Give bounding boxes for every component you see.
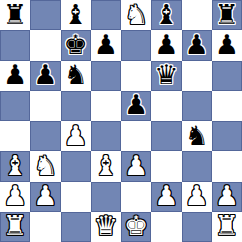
square-f2[interactable]: ♟ [151,182,181,212]
square-e7[interactable] [121,30,151,60]
square-e3[interactable]: ♟ [121,151,151,181]
white-pawn[interactable]: ♟ [33,182,57,209]
square-e1[interactable]: ♚ [121,212,151,242]
square-h3[interactable] [212,151,242,181]
white-rook[interactable]: ♜ [215,212,239,239]
square-b5[interactable] [30,91,60,121]
square-e2[interactable] [121,182,151,212]
white-knight[interactable]: ♞ [124,1,148,28]
square-h5[interactable] [212,91,242,121]
board-wrap: ♜♝♞♝♜♚♟♟♟♟♟♟♞♛♟♟♞♝♞♝♟♟♟♟♟♟♜♛♚♜ [0,0,242,242]
square-a4[interactable] [0,121,30,151]
square-c4[interactable]: ♟ [61,121,91,151]
white-knight[interactable]: ♞ [33,152,57,179]
square-a6[interactable]: ♟ [0,61,30,91]
white-pawn[interactable]: ♟ [154,182,178,209]
square-e5[interactable]: ♟ [121,91,151,121]
square-h7[interactable]: ♟ [212,30,242,60]
square-g2[interactable]: ♟ [182,182,212,212]
square-a1[interactable]: ♜ [0,212,30,242]
white-bishop[interactable]: ♝ [94,152,118,179]
black-pawn[interactable]: ♟ [124,91,148,118]
square-f5[interactable] [151,91,181,121]
square-d4[interactable] [91,121,121,151]
black-pawn[interactable]: ♟ [215,31,239,58]
square-c3[interactable] [61,151,91,181]
black-rook[interactable]: ♜ [215,1,239,28]
square-h1[interactable]: ♜ [212,212,242,242]
square-h2[interactable]: ♟ [212,182,242,212]
square-b7[interactable] [30,30,60,60]
white-king[interactable]: ♚ [124,212,148,239]
square-f3[interactable] [151,151,181,181]
black-king[interactable]: ♚ [64,31,88,58]
chess-board: ♜♝♞♝♜♚♟♟♟♟♟♟♞♛♟♟♞♝♞♝♟♟♟♟♟♟♜♛♚♜ [0,0,242,242]
square-g8[interactable] [182,0,212,30]
square-a5[interactable] [0,91,30,121]
square-h6[interactable] [212,61,242,91]
white-bishop[interactable]: ♝ [3,152,27,179]
white-queen[interactable]: ♛ [94,212,118,239]
black-pawn[interactable]: ♟ [94,31,118,58]
square-e8[interactable]: ♞ [121,0,151,30]
square-a2[interactable]: ♟ [0,182,30,212]
square-f7[interactable]: ♟ [151,30,181,60]
white-pawn[interactable]: ♟ [64,122,88,149]
square-f1[interactable] [151,212,181,242]
black-knight[interactable]: ♞ [185,122,209,149]
square-a8[interactable]: ♜ [0,0,30,30]
square-e6[interactable] [121,61,151,91]
black-pawn[interactable]: ♟ [3,61,27,88]
square-b2[interactable]: ♟ [30,182,60,212]
square-d8[interactable] [91,0,121,30]
square-b6[interactable]: ♟ [30,61,60,91]
square-g6[interactable] [182,61,212,91]
black-rook[interactable]: ♜ [3,1,27,28]
square-f4[interactable] [151,121,181,151]
square-a3[interactable]: ♝ [0,151,30,181]
square-d7[interactable]: ♟ [91,30,121,60]
white-rook[interactable]: ♜ [3,212,27,239]
square-c2[interactable] [61,182,91,212]
white-pawn[interactable]: ♟ [185,182,209,209]
black-pawn[interactable]: ♟ [33,61,57,88]
square-d6[interactable] [91,61,121,91]
white-pawn[interactable]: ♟ [124,152,148,179]
black-bishop[interactable]: ♝ [154,1,178,28]
black-knight[interactable]: ♞ [64,61,88,88]
square-h8[interactable]: ♜ [212,0,242,30]
white-pawn[interactable]: ♟ [3,182,27,209]
square-h4[interactable] [212,121,242,151]
square-b1[interactable] [30,212,60,242]
square-g7[interactable]: ♟ [182,30,212,60]
square-f8[interactable]: ♝ [151,0,181,30]
square-c7[interactable]: ♚ [61,30,91,60]
square-g4[interactable]: ♞ [182,121,212,151]
black-pawn[interactable]: ♟ [185,31,209,58]
square-c8[interactable]: ♝ [61,0,91,30]
square-b3[interactable]: ♞ [30,151,60,181]
square-d3[interactable]: ♝ [91,151,121,181]
square-c5[interactable] [61,91,91,121]
black-queen[interactable]: ♛ [154,61,178,88]
black-bishop[interactable]: ♝ [64,1,88,28]
square-d2[interactable] [91,182,121,212]
square-d5[interactable] [91,91,121,121]
square-a7[interactable] [0,30,30,60]
white-pawn[interactable]: ♟ [215,182,239,209]
black-pawn[interactable]: ♟ [154,31,178,58]
square-f6[interactable]: ♛ [151,61,181,91]
square-g3[interactable] [182,151,212,181]
square-d1[interactable]: ♛ [91,212,121,242]
square-c6[interactable]: ♞ [61,61,91,91]
square-e4[interactable] [121,121,151,151]
square-b8[interactable] [30,0,60,30]
square-b4[interactable] [30,121,60,151]
square-g1[interactable] [182,212,212,242]
square-c1[interactable] [61,212,91,242]
square-g5[interactable] [182,91,212,121]
